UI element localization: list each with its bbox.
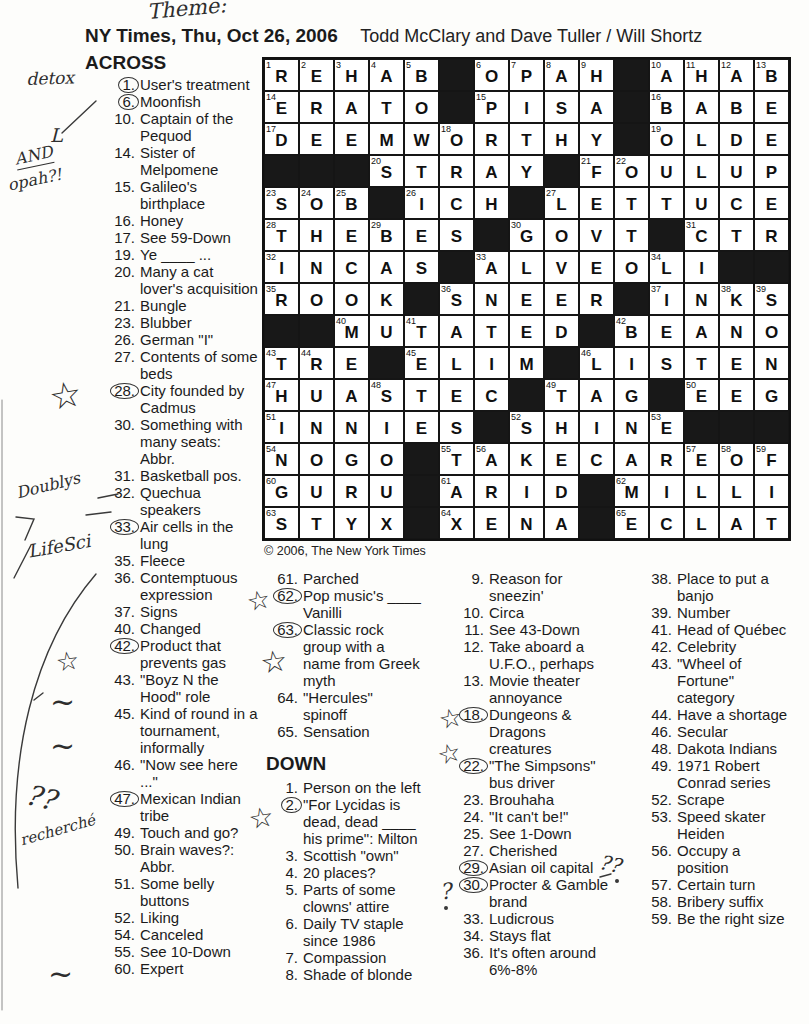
clue-text: Secular: [677, 723, 728, 740]
cell-r2c15[interactable]: E: [754, 91, 789, 123]
circled-clue-number: 29.: [459, 860, 488, 876]
cell-r2c3[interactable]: A: [334, 91, 369, 123]
cell-r13c8[interactable]: K: [509, 443, 544, 475]
cell-letter: D: [555, 483, 567, 506]
cell-letter: I: [524, 483, 529, 506]
cell-letter: B: [380, 227, 392, 250]
cell-r13c13[interactable]: 57E: [684, 443, 719, 475]
cell-r6c15[interactable]: R: [754, 219, 789, 251]
cell-number: 21: [581, 156, 591, 166]
cell-r1c4[interactable]: 4A: [369, 59, 404, 91]
cell-r6c11[interactable]: T: [614, 219, 649, 251]
cell-r3c7[interactable]: R: [474, 123, 509, 155]
clue-text: Dungeons & Dragons creatures: [489, 706, 572, 757]
circled-clue-number: 33.: [110, 519, 139, 535]
clue-number: 64.: [262, 689, 298, 723]
cell-r3c4[interactable]: M: [369, 123, 404, 155]
cell-r15c1[interactable]: 63S: [264, 507, 299, 539]
cell-r12c6[interactable]: S: [439, 411, 474, 443]
cell-letter: A: [380, 259, 392, 282]
cell-r5c5[interactable]: 26I: [404, 187, 439, 219]
cell-r10c15[interactable]: N: [754, 347, 789, 379]
cell-r5c1[interactable]: 23S: [264, 187, 299, 219]
cell-r11c13[interactable]: 50E: [684, 379, 719, 411]
cell-letter: G: [275, 483, 288, 506]
cell-r3c9[interactable]: H: [544, 123, 579, 155]
clue-12: 12.Take aboard a U.F.O., perhaps: [448, 638, 640, 672]
cell-letter: E: [521, 291, 532, 314]
cell-letter: U: [730, 163, 742, 186]
cell-letter: R: [310, 355, 322, 378]
cell-number: 64: [441, 508, 451, 518]
clue-number: 27.: [95, 348, 135, 382]
cell-r7c4[interactable]: A: [369, 251, 404, 283]
cell-r9c14[interactable]: N: [719, 315, 754, 347]
cell-r12c4[interactable]: I: [369, 411, 404, 443]
cell-r9c6[interactable]: A: [439, 315, 474, 347]
cell-letter: T: [626, 195, 636, 218]
cell-r3c14[interactable]: D: [719, 123, 754, 155]
cell-letter: E: [556, 291, 567, 314]
cell-r5c6[interactable]: C: [439, 187, 474, 219]
clue-46: 46.Secular: [640, 723, 808, 740]
cell-letter: M: [519, 355, 533, 378]
cell-r9c5[interactable]: 41T: [404, 315, 439, 347]
cell-r4c8[interactable]: Y: [509, 155, 544, 187]
cell-r7c3[interactable]: C: [334, 251, 369, 283]
clue-number: 54.: [95, 926, 135, 943]
cell-r15c4[interactable]: X: [369, 507, 404, 539]
cell-r6c13[interactable]: 31C: [684, 219, 719, 251]
clue-text: Some belly buttons: [140, 875, 214, 909]
cell-r2c5[interactable]: O: [404, 91, 439, 123]
cell-r4c7[interactable]: A: [474, 155, 509, 187]
cell-r6c6[interactable]: S: [439, 219, 474, 251]
cell-r12c5[interactable]: E: [404, 411, 439, 443]
cell-letter: E: [416, 419, 427, 442]
cell-r9c7[interactable]: T: [474, 315, 509, 347]
cell-letter: C: [450, 195, 462, 218]
cell-r1c10[interactable]: 9H: [579, 59, 614, 91]
clue-number: 42.: [95, 637, 135, 671]
cell-r6c14[interactable]: T: [719, 219, 754, 251]
cell-r1c12[interactable]: 10A: [649, 59, 684, 91]
cell-r8c7[interactable]: N: [474, 283, 509, 315]
cell-r2c1[interactable]: 14E: [264, 91, 299, 123]
cell-r11c5[interactable]: T: [404, 379, 439, 411]
clue-text: Liking: [140, 909, 179, 926]
cell-r1c14[interactable]: 12A: [719, 59, 754, 91]
down-clue-list-col2: 1.Person on the left2."For Lycidas is de…: [262, 779, 462, 983]
black-cell-r1c11: [614, 59, 649, 91]
cell-r11c6[interactable]: E: [439, 379, 474, 411]
cell-r5c2[interactable]: 24O: [299, 187, 334, 219]
cell-r10c5[interactable]: 45E: [404, 347, 439, 379]
clue-46: 46."Now see here ...": [95, 756, 270, 790]
cell-letter: L: [661, 259, 671, 282]
cell-r15c12[interactable]: C: [649, 507, 684, 539]
cell-r3c5[interactable]: W: [404, 123, 439, 155]
cell-r11c7[interactable]: C: [474, 379, 509, 411]
cell-r7c7[interactable]: 33A: [474, 251, 509, 283]
cell-r2c14[interactable]: B: [719, 91, 754, 123]
cell-r10c6[interactable]: L: [439, 347, 474, 379]
clue-number: 31.: [95, 467, 135, 484]
cell-r11c2[interactable]: U: [299, 379, 334, 411]
black-cell-r8c5: [404, 283, 439, 315]
cell-r7c11[interactable]: O: [614, 251, 649, 283]
cell-r12c11[interactable]: N: [614, 411, 649, 443]
cell-r11c9[interactable]: 49T: [544, 379, 579, 411]
cell-r2c9[interactable]: S: [544, 91, 579, 123]
clue-text: Stays flat: [489, 927, 551, 944]
cell-r4c12[interactable]: U: [649, 155, 684, 187]
cell-r9c12[interactable]: E: [649, 315, 684, 347]
cell-letter: A: [555, 67, 567, 90]
clue-text: Bungle: [140, 297, 187, 314]
clue-45: 45.Kind of round in a tournament, inform…: [95, 705, 270, 756]
cell-r2c7[interactable]: 15P: [474, 91, 509, 123]
clue-number: 25.: [448, 825, 484, 842]
cell-r10c11[interactable]: I: [614, 347, 649, 379]
clue-text: Circa: [489, 604, 524, 621]
cell-r13c15[interactable]: 59F: [754, 443, 789, 475]
cell-r14c8[interactable]: I: [509, 475, 544, 507]
cell-r8c12[interactable]: 37I: [649, 283, 684, 315]
cell-r5c3[interactable]: 25B: [334, 187, 369, 219]
cell-r13c2[interactable]: O: [299, 443, 334, 475]
cell-r15c11[interactable]: 65E: [614, 507, 649, 539]
cell-r7c5[interactable]: S: [404, 251, 439, 283]
clue-text: Place to put a banjo: [677, 570, 769, 604]
cell-letter: H: [695, 67, 707, 90]
cell-r15c9[interactable]: A: [544, 507, 579, 539]
clue-number: 52.: [95, 909, 135, 926]
cell-r9c9[interactable]: D: [544, 315, 579, 347]
cell-number: 59: [756, 444, 766, 454]
cell-r13c6[interactable]: 55T: [439, 443, 474, 475]
cell-letter: P: [766, 163, 777, 186]
cell-r8c2[interactable]: O: [299, 283, 334, 315]
clue-54: 54.Canceled: [95, 926, 270, 943]
cell-letter: E: [311, 131, 322, 154]
clue-text: "For Lycidas is dead, dead ____ his prim…: [303, 796, 418, 847]
cell-number: 54: [266, 444, 276, 454]
clue-text: Classic rock group with a name from Gree…: [303, 621, 420, 689]
cell-r11c10[interactable]: A: [579, 379, 614, 411]
cell-r10c12[interactable]: S: [649, 347, 684, 379]
cell-r13c14[interactable]: 58O: [719, 443, 754, 475]
cell-r12c1[interactable]: 51I: [264, 411, 299, 443]
cell-r2c2[interactable]: R: [299, 91, 334, 123]
black-cell-r4c9: [544, 155, 579, 187]
cell-letter: T: [451, 451, 461, 474]
cell-r4c14[interactable]: U: [719, 155, 754, 187]
cell-r14c3[interactable]: R: [334, 475, 369, 507]
cell-r5c13[interactable]: U: [684, 187, 719, 219]
cell-r13c3[interactable]: G: [334, 443, 369, 475]
clue-text: It's often around 6%-8%: [489, 944, 596, 978]
cell-r8c13[interactable]: N: [684, 283, 719, 315]
cell-letter: B: [345, 195, 357, 218]
cell-r6c5[interactable]: E: [404, 219, 439, 251]
cell-r14c13[interactable]: L: [684, 475, 719, 507]
cell-r12c9[interactable]: H: [544, 411, 579, 443]
cell-r10c8[interactable]: M: [509, 347, 544, 379]
cell-r10c7[interactable]: I: [474, 347, 509, 379]
cell-r5c9[interactable]: 27L: [544, 187, 579, 219]
cell-r15c14[interactable]: A: [719, 507, 754, 539]
cell-r5c14[interactable]: C: [719, 187, 754, 219]
cell-letter: C: [695, 227, 707, 250]
cell-r6c3[interactable]: E: [334, 219, 369, 251]
cell-r11c11[interactable]: G: [614, 379, 649, 411]
cell-r8c15[interactable]: 39S: [754, 283, 789, 315]
cell-r7c1[interactable]: 32I: [264, 251, 299, 283]
cell-r1c1[interactable]: 1R: [264, 59, 299, 91]
cell-r14c14[interactable]: L: [719, 475, 754, 507]
cell-letter: S: [661, 355, 672, 378]
cell-r12c12[interactable]: 53E: [649, 411, 684, 443]
cell-r2c8[interactable]: I: [509, 91, 544, 123]
cell-r10c14[interactable]: E: [719, 347, 754, 379]
cell-r6c2[interactable]: H: [299, 219, 334, 251]
cell-r12c3[interactable]: N: [334, 411, 369, 443]
cell-r6c8[interactable]: 30G: [509, 219, 544, 251]
cell-letter: S: [276, 195, 287, 218]
cell-letter: A: [555, 515, 567, 538]
clue-text: City founded by Cadmus: [140, 382, 244, 416]
cell-r5c12[interactable]: T: [649, 187, 684, 219]
cell-r11c15[interactable]: G: [754, 379, 789, 411]
cell-r9c4[interactable]: U: [369, 315, 404, 347]
cell-number: 16: [651, 92, 661, 102]
cell-r10c13[interactable]: T: [684, 347, 719, 379]
clue-number: 52.: [640, 791, 672, 808]
cell-r6c9[interactable]: O: [544, 219, 579, 251]
cell-number: 32: [266, 252, 276, 262]
cell-r5c10[interactable]: E: [579, 187, 614, 219]
cell-r9c3[interactable]: 40M: [334, 315, 369, 347]
cell-r4c13[interactable]: L: [684, 155, 719, 187]
cell-r1c7[interactable]: 6O: [474, 59, 509, 91]
clue-number: 34.: [448, 927, 484, 944]
cell-r8c14[interactable]: 38K: [719, 283, 754, 315]
handwritten-note-l: L: [50, 124, 63, 146]
cell-r15c13[interactable]: L: [684, 507, 719, 539]
cell-r1c15[interactable]: 13B: [754, 59, 789, 91]
cell-r15c3[interactable]: Y: [334, 507, 369, 539]
cell-r15c8[interactable]: N: [509, 507, 544, 539]
clue-text: German "I": [140, 331, 213, 348]
cell-letter: T: [521, 131, 531, 154]
clue-number: 55.: [95, 943, 135, 960]
clue-11: 11.See 43-Down: [448, 621, 640, 638]
cell-r11c1[interactable]: 47H: [264, 379, 299, 411]
cell-r14c15[interactable]: I: [754, 475, 789, 507]
cell-r15c2[interactable]: T: [299, 507, 334, 539]
cell-r2c13[interactable]: A: [684, 91, 719, 123]
cell-r4c15[interactable]: P: [754, 155, 789, 187]
cell-r10c3[interactable]: E: [334, 347, 369, 379]
cell-r11c3[interactable]: A: [334, 379, 369, 411]
cell-number: 60: [266, 476, 276, 486]
black-cell-r8c11: [614, 283, 649, 315]
cell-r12c8[interactable]: 52S: [509, 411, 544, 443]
black-cell-r12c15: [754, 411, 789, 443]
cell-r3c12[interactable]: 19O: [649, 123, 684, 155]
black-cell-r6c12: [649, 219, 684, 251]
copyright: © 2006, The New York Times: [264, 544, 426, 558]
cell-r2c12[interactable]: 16B: [649, 91, 684, 123]
cell-r3c13[interactable]: L: [684, 123, 719, 155]
cell-r14c2[interactable]: U: [299, 475, 334, 507]
cell-r7c2[interactable]: N: [299, 251, 334, 283]
cell-r4c10[interactable]: 21F: [579, 155, 614, 187]
cell-number: 23: [266, 188, 276, 198]
cell-letter: T: [626, 227, 636, 250]
cell-r15c7[interactable]: E: [474, 507, 509, 539]
cell-r14c6[interactable]: 61A: [439, 475, 474, 507]
black-cell-r2c11: [614, 91, 649, 123]
cell-r1c2[interactable]: 2E: [299, 59, 334, 91]
clue-text: Celebrity: [677, 638, 736, 655]
cell-r6c4[interactable]: 29B: [369, 219, 404, 251]
cell-letter: R: [450, 163, 462, 186]
cell-r11c14[interactable]: E: [719, 379, 754, 411]
cell-r10c10[interactable]: 46L: [579, 347, 614, 379]
cell-r12c2[interactable]: N: [299, 411, 334, 443]
cell-r4c11[interactable]: 22O: [614, 155, 649, 187]
cell-r8c1[interactable]: 35R: [264, 283, 299, 315]
cell-r3c8[interactable]: T: [509, 123, 544, 155]
cell-r1c13[interactable]: 11H: [684, 59, 719, 91]
clue-text: Contemptuous expression: [140, 569, 238, 603]
cell-r7c13[interactable]: I: [684, 251, 719, 283]
cell-r13c10[interactable]: C: [579, 443, 614, 475]
cell-r1c8[interactable]: 7P: [509, 59, 544, 91]
cell-r8c8[interactable]: E: [509, 283, 544, 315]
cell-r14c7[interactable]: R: [474, 475, 509, 507]
clue-text: Compassion: [303, 949, 386, 966]
cell-r9c8[interactable]: E: [509, 315, 544, 347]
cell-r1c3[interactable]: 3H: [334, 59, 369, 91]
cell-r9c13[interactable]: A: [684, 315, 719, 347]
cell-r6c1[interactable]: 28T: [264, 219, 299, 251]
clue-number: 61.: [262, 570, 298, 587]
cell-r12c10[interactable]: I: [579, 411, 614, 443]
cell-letter: E: [626, 515, 637, 538]
cell-r15c6[interactable]: 64X: [439, 507, 474, 539]
cell-number: 10: [651, 60, 661, 70]
cell-r3c3[interactable]: E: [334, 123, 369, 155]
cell-letter: C: [485, 387, 497, 410]
cell-r3c15[interactable]: E: [754, 123, 789, 155]
cell-r8c3[interactable]: O: [334, 283, 369, 315]
clue-20: 20.Many a cat lover's acquisition: [95, 263, 270, 297]
cell-r8c6[interactable]: 36S: [439, 283, 474, 315]
cell-r9c11[interactable]: 42B: [614, 315, 649, 347]
cell-r4c6[interactable]: R: [439, 155, 474, 187]
cell-r7c12[interactable]: 34L: [649, 251, 684, 283]
clue-number: 28.: [95, 382, 135, 416]
cell-r6c10[interactable]: V: [579, 219, 614, 251]
clue-number: 42.: [640, 638, 672, 655]
cell-number: 18: [441, 124, 451, 134]
cell-r10c1[interactable]: 43T: [264, 347, 299, 379]
cell-number: 62: [616, 476, 626, 486]
cell-r5c11[interactable]: T: [614, 187, 649, 219]
cell-r14c1[interactable]: 60G: [264, 475, 299, 507]
cell-r7c10[interactable]: E: [579, 251, 614, 283]
cell-r3c10[interactable]: Y: [579, 123, 614, 155]
clue-14: 14.Sister of Melpomene: [95, 144, 270, 178]
clue-text: "The Simpsons" bus driver: [489, 757, 596, 791]
clue-number: 13.: [448, 672, 484, 706]
cell-number: 47: [266, 380, 276, 390]
cell-r8c9[interactable]: E: [544, 283, 579, 315]
cell-r14c4[interactable]: U: [369, 475, 404, 507]
cell-number: 35: [266, 284, 276, 294]
clue-text: "Now see here ...": [140, 756, 238, 790]
cell-r4c5[interactable]: T: [404, 155, 439, 187]
cell-r14c12[interactable]: I: [649, 475, 684, 507]
cell-r5c7[interactable]: H: [474, 187, 509, 219]
cell-r1c9[interactable]: 8A: [544, 59, 579, 91]
cell-r8c10[interactable]: R: [579, 283, 614, 315]
cell-letter: I: [629, 355, 634, 378]
circled-clue-number: 28.: [110, 383, 139, 399]
cell-r14c9[interactable]: D: [544, 475, 579, 507]
clue-38: 38.Place to put a banjo: [640, 570, 808, 604]
cell-r2c4[interactable]: T: [369, 91, 404, 123]
cell-letter: N: [765, 355, 777, 378]
cell-r14c11[interactable]: 62M: [614, 475, 649, 507]
cell-r15c15[interactable]: T: [754, 507, 789, 539]
cell-letter: X: [381, 515, 392, 538]
cell-r13c7[interactable]: 56A: [474, 443, 509, 475]
cell-letter: R: [485, 131, 497, 154]
cell-letter: S: [381, 387, 392, 410]
circled-clue-number: 42.: [110, 638, 139, 654]
cell-r7c9[interactable]: V: [544, 251, 579, 283]
cell-number: 7: [511, 60, 516, 70]
cell-r13c12[interactable]: R: [649, 443, 684, 475]
cell-letter: B: [660, 99, 672, 122]
cell-number: 50: [686, 380, 696, 390]
cell-r3c1[interactable]: 17D: [264, 123, 299, 155]
cell-r8c4[interactable]: K: [369, 283, 404, 315]
cell-r13c4[interactable]: O: [369, 443, 404, 475]
cell-number: 29: [371, 220, 381, 230]
cell-r4c4[interactable]: 20S: [369, 155, 404, 187]
cell-r2c10[interactable]: A: [579, 91, 614, 123]
clue-text: Honey: [140, 212, 183, 229]
cell-r13c9[interactable]: E: [544, 443, 579, 475]
cell-r10c2[interactable]: 44R: [299, 347, 334, 379]
cell-r11c4[interactable]: 48S: [369, 379, 404, 411]
cell-r13c11[interactable]: A: [614, 443, 649, 475]
cell-r3c6[interactable]: 18O: [439, 123, 474, 155]
cell-r5c15[interactable]: E: [754, 187, 789, 219]
clue-number: 36.: [95, 569, 135, 603]
cell-r3c2[interactable]: E: [299, 123, 334, 155]
cell-r9c15[interactable]: O: [754, 315, 789, 347]
cell-letter: A: [590, 99, 602, 122]
cell-r7c8[interactable]: L: [509, 251, 544, 283]
cell-r13c1[interactable]: 54N: [264, 443, 299, 475]
cell-r1c5[interactable]: 5B: [404, 59, 439, 91]
